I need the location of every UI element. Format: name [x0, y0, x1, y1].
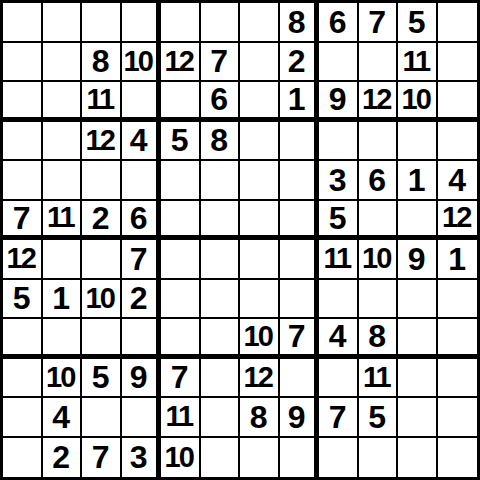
cell-r10-c11[interactable]: [398, 359, 438, 399]
cell-r4-c8[interactable]: [280, 122, 320, 162]
cell-r2-c9[interactable]: [319, 43, 359, 83]
cell-r5-c6[interactable]: [201, 161, 241, 201]
cell-r8-c12[interactable]: [438, 280, 478, 320]
cell-r1-c11: 5: [398, 3, 438, 43]
cell-r3-c9: 9: [319, 82, 359, 122]
cell-r3-c6: 6: [201, 82, 241, 122]
cell-r12-c2: 2: [43, 438, 83, 478]
cell-r8-c5[interactable]: [161, 280, 201, 320]
cell-r6-c6[interactable]: [201, 201, 241, 241]
cell-r1-c8: 8: [280, 3, 320, 43]
cell-r6-c11[interactable]: [398, 201, 438, 241]
cell-r12-c11[interactable]: [398, 438, 438, 478]
cell-r11-c4[interactable]: [122, 398, 162, 438]
cell-r3-c10: 12: [359, 82, 399, 122]
cell-r9-c10: 8: [359, 319, 399, 359]
cell-r1-c4[interactable]: [122, 3, 162, 43]
cell-r7-c12: 1: [438, 240, 478, 280]
cell-r12-c9[interactable]: [319, 438, 359, 478]
cell-r8-c4: 2: [122, 280, 162, 320]
cell-r4-c3: 12: [82, 122, 122, 162]
cell-r1-c2[interactable]: [43, 3, 83, 43]
cell-r10-c12[interactable]: [438, 359, 478, 399]
cell-r5-c8[interactable]: [280, 161, 320, 201]
cell-r11-c7: 8: [240, 398, 280, 438]
cell-r6-c12: 12: [438, 201, 478, 241]
cell-r6-c8[interactable]: [280, 201, 320, 241]
cell-r2-c12[interactable]: [438, 43, 478, 83]
cell-r10-c5: 7: [161, 359, 201, 399]
cell-r2-c4: 10: [122, 43, 162, 83]
cell-r5-c10: 6: [359, 161, 399, 201]
cell-r11-c11[interactable]: [398, 398, 438, 438]
cell-r2-c1[interactable]: [3, 43, 43, 83]
cell-r10-c8[interactable]: [280, 359, 320, 399]
cell-r4-c5: 5: [161, 122, 201, 162]
cell-r11-c10: 5: [359, 398, 399, 438]
cell-r1-c5[interactable]: [161, 3, 201, 43]
cell-r8-c10[interactable]: [359, 280, 399, 320]
cell-r1-c12[interactable]: [438, 3, 478, 43]
cell-r2-c3: 8: [82, 43, 122, 83]
cell-r4-c4: 4: [122, 122, 162, 162]
cell-r9-c4[interactable]: [122, 319, 162, 359]
cell-r7-c8[interactable]: [280, 240, 320, 280]
cell-r12-c10[interactable]: [359, 438, 399, 478]
cell-r12-c1[interactable]: [3, 438, 43, 478]
cell-r4-c7[interactable]: [240, 122, 280, 162]
cell-r3-c11: 10: [398, 82, 438, 122]
cell-r5-c2[interactable]: [43, 161, 83, 201]
cell-r2-c8: 2: [280, 43, 320, 83]
cell-r8-c11[interactable]: [398, 280, 438, 320]
cell-r2-c5: 12: [161, 43, 201, 83]
cell-r5-c11: 1: [398, 161, 438, 201]
cell-r7-c1: 12: [3, 240, 43, 280]
cell-r12-c12[interactable]: [438, 438, 478, 478]
cell-r1-c1[interactable]: [3, 3, 43, 43]
sudoku-board: 8675810127211116191210124583614711265121…: [0, 0, 480, 480]
cell-r1-c6[interactable]: [201, 3, 241, 43]
cell-r3-c1[interactable]: [3, 82, 43, 122]
cell-r12-c3: 7: [82, 438, 122, 478]
cell-r6-c7[interactable]: [240, 201, 280, 241]
cell-r3-c8: 1: [280, 82, 320, 122]
cell-r4-c2[interactable]: [43, 122, 83, 162]
cell-r10-c1[interactable]: [3, 359, 43, 399]
cell-r10-c4: 9: [122, 359, 162, 399]
cell-r3-c3: 11: [82, 82, 122, 122]
cell-r8-c2: 1: [43, 280, 83, 320]
cell-r9-c3[interactable]: [82, 319, 122, 359]
cell-r8-c1: 5: [3, 280, 43, 320]
cell-r12-c7[interactable]: [240, 438, 280, 478]
cell-r1-c7[interactable]: [240, 3, 280, 43]
cell-r6-c1: 7: [3, 201, 43, 241]
cell-r2-c6: 7: [201, 43, 241, 83]
cell-r2-c7[interactable]: [240, 43, 280, 83]
cell-r7-c4: 7: [122, 240, 162, 280]
cell-r9-c5[interactable]: [161, 319, 201, 359]
cell-r7-c7[interactable]: [240, 240, 280, 280]
cell-r7-c3[interactable]: [82, 240, 122, 280]
cell-r2-c11: 11: [398, 43, 438, 83]
cell-r5-c1[interactable]: [3, 161, 43, 201]
cell-r9-c8: 7: [280, 319, 320, 359]
cell-r7-c10: 10: [359, 240, 399, 280]
cell-r12-c8[interactable]: [280, 438, 320, 478]
cell-r10-c7: 12: [240, 359, 280, 399]
cell-r7-c9: 11: [319, 240, 359, 280]
cell-r12-c5: 10: [161, 438, 201, 478]
cell-r4-c12[interactable]: [438, 122, 478, 162]
cell-r9-c2[interactable]: [43, 319, 83, 359]
cell-r7-c11: 9: [398, 240, 438, 280]
cell-r2-c2[interactable]: [43, 43, 83, 83]
cell-r11-c1[interactable]: [3, 398, 43, 438]
cell-r4-c9[interactable]: [319, 122, 359, 162]
cell-r1-c3[interactable]: [82, 3, 122, 43]
cell-r10-c9[interactable]: [319, 359, 359, 399]
cell-r3-c2[interactable]: [43, 82, 83, 122]
cell-r11-c9: 7: [319, 398, 359, 438]
cell-r8-c8[interactable]: [280, 280, 320, 320]
cell-r4-c1[interactable]: [3, 122, 43, 162]
cell-r8-c3: 10: [82, 280, 122, 320]
cell-r3-c4[interactable]: [122, 82, 162, 122]
cell-r11-c3[interactable]: [82, 398, 122, 438]
cell-r10-c3: 5: [82, 359, 122, 399]
cell-r9-c9: 4: [319, 319, 359, 359]
cell-r9-c6[interactable]: [201, 319, 241, 359]
cell-r9-c7: 10: [240, 319, 280, 359]
cell-r12-c4: 3: [122, 438, 162, 478]
cell-r9-c11[interactable]: [398, 319, 438, 359]
cell-r9-c1[interactable]: [3, 319, 43, 359]
cell-r10-c2: 10: [43, 359, 83, 399]
cell-r10-c6[interactable]: [201, 359, 241, 399]
cell-r8-c9[interactable]: [319, 280, 359, 320]
cell-r4-c11[interactable]: [398, 122, 438, 162]
cell-r5-c7[interactable]: [240, 161, 280, 201]
cell-r6-c10[interactable]: [359, 201, 399, 241]
cell-r7-c2[interactable]: [43, 240, 83, 280]
cell-r9-c12[interactable]: [438, 319, 478, 359]
cell-r6-c5[interactable]: [161, 201, 201, 241]
cell-r11-c12[interactable]: [438, 398, 478, 438]
cell-r4-c10[interactable]: [359, 122, 399, 162]
cell-r7-c5[interactable]: [161, 240, 201, 280]
cell-r5-c4[interactable]: [122, 161, 162, 201]
cell-r10-c10: 11: [359, 359, 399, 399]
cell-r5-c5[interactable]: [161, 161, 201, 201]
cell-r3-c12[interactable]: [438, 82, 478, 122]
cell-r8-c7[interactable]: [240, 280, 280, 320]
cell-r11-c8: 9: [280, 398, 320, 438]
cell-r1-c9: 6: [319, 3, 359, 43]
cell-r3-c7[interactable]: [240, 82, 280, 122]
cell-r4-c6: 8: [201, 122, 241, 162]
cell-r6-c9: 5: [319, 201, 359, 241]
cell-r11-c6[interactable]: [201, 398, 241, 438]
cell-r6-c2: 11: [43, 201, 83, 241]
cell-r3-c5[interactable]: [161, 82, 201, 122]
cell-r8-c6[interactable]: [201, 280, 241, 320]
cell-r6-c3: 2: [82, 201, 122, 241]
cell-r5-c9: 3: [319, 161, 359, 201]
cell-r2-c10[interactable]: [359, 43, 399, 83]
cell-r5-c12: 4: [438, 161, 478, 201]
cell-r6-c4: 6: [122, 201, 162, 241]
cell-r11-c2: 4: [43, 398, 83, 438]
cell-r5-c3[interactable]: [82, 161, 122, 201]
cell-r11-c5: 11: [161, 398, 201, 438]
cell-r1-c10: 7: [359, 3, 399, 43]
cell-r12-c6[interactable]: [201, 438, 241, 478]
cell-r7-c6[interactable]: [201, 240, 241, 280]
